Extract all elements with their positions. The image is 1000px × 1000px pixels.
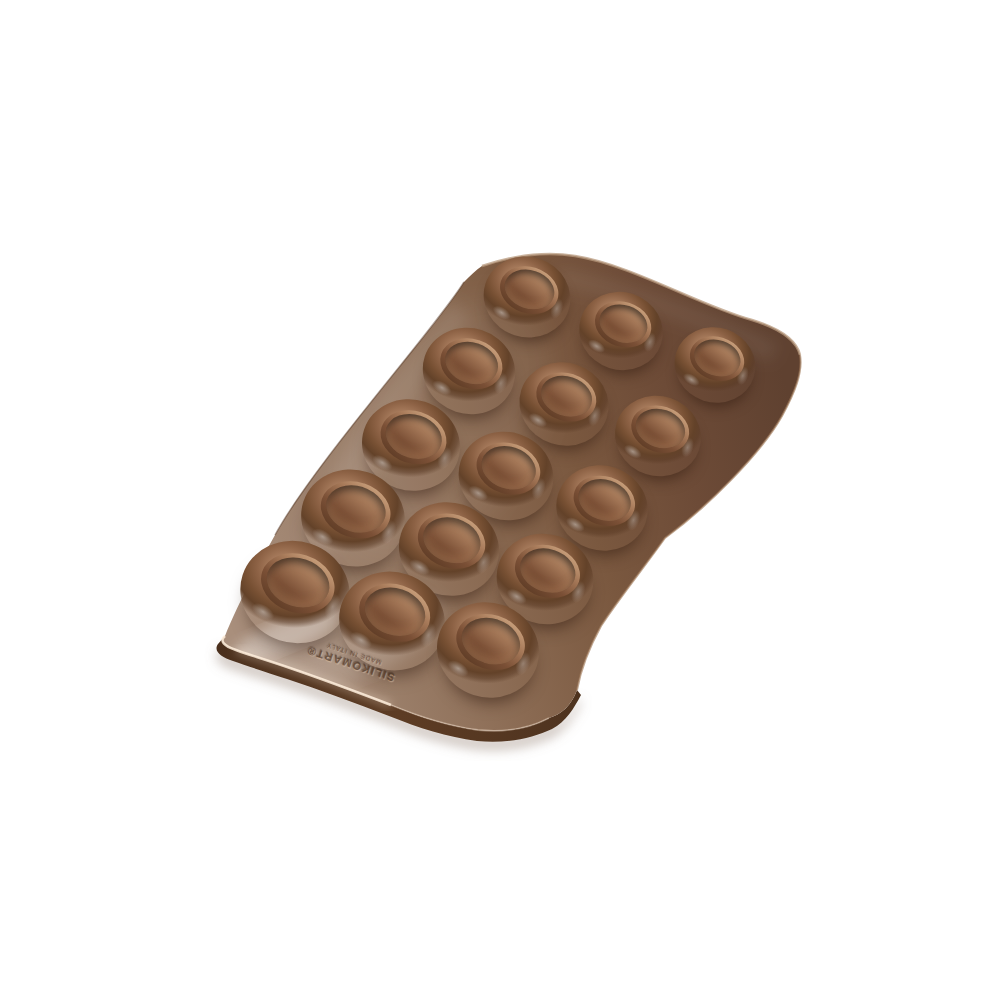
cavity-r1c3 xyxy=(665,317,766,413)
cavity-r1c2 xyxy=(569,281,673,381)
photo-canvas: SILIKOMART® MADE IN ITALY xyxy=(0,0,1000,1000)
cavity-grid xyxy=(0,0,1000,1000)
